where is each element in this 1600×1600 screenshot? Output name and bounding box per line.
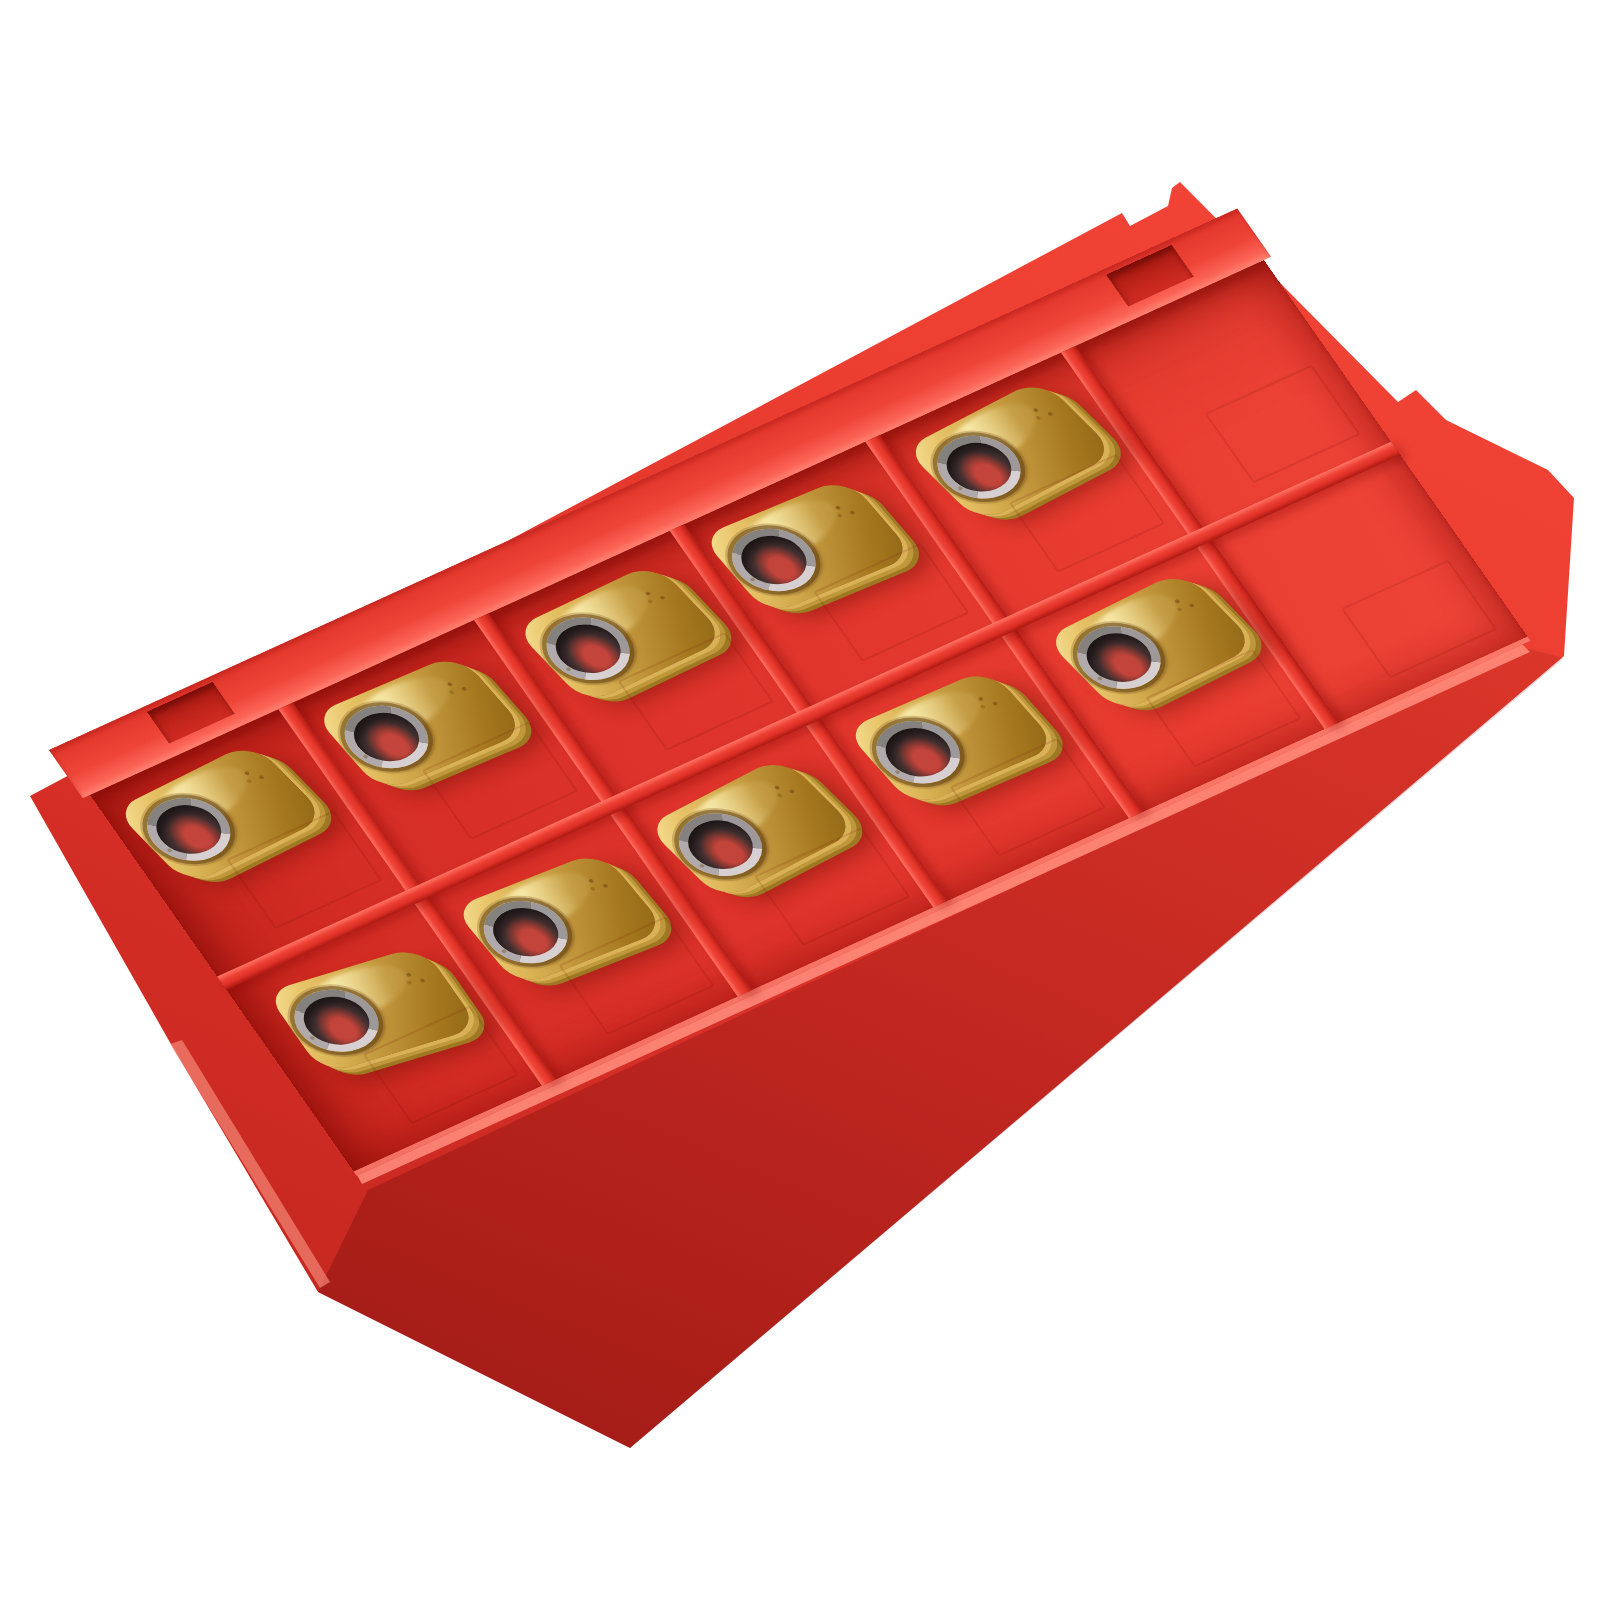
insert-screw-hole xyxy=(529,605,647,692)
insert-screw-hole xyxy=(860,709,978,795)
carbide-insert xyxy=(514,562,727,706)
insert-screw-hole xyxy=(715,517,832,603)
carbide-insert xyxy=(114,741,326,886)
carbide-insert xyxy=(313,653,527,793)
insert-screw-hole xyxy=(1060,614,1178,701)
insert-screw-hole xyxy=(467,889,584,974)
insert-screw-hole xyxy=(279,979,395,1062)
insert-screw-hole xyxy=(130,786,248,873)
product-photo-canvas xyxy=(0,0,1600,1600)
insert-screw-hole xyxy=(662,801,780,889)
carbide-insert xyxy=(904,378,1116,524)
back-wall-notch-left xyxy=(147,682,235,744)
insert-screw-hole xyxy=(328,694,445,780)
insert-screw-hole xyxy=(920,423,1038,511)
carbide-insert xyxy=(266,945,480,1075)
